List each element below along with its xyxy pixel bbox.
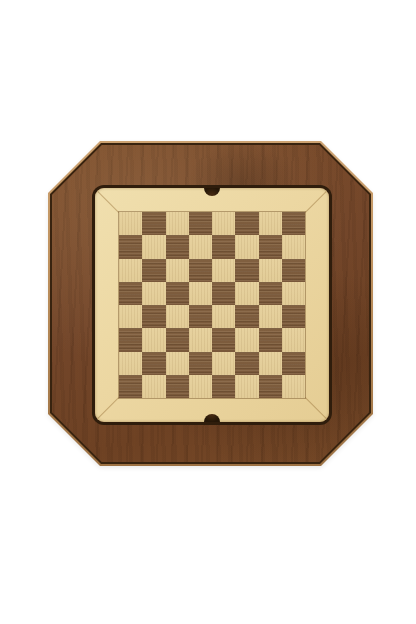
square-d2: [189, 352, 212, 375]
square-d8: [189, 212, 212, 235]
square-d3: [189, 328, 212, 351]
square-g7: [259, 235, 282, 258]
square-b2: [142, 352, 165, 375]
square-e7: [212, 235, 235, 258]
square-h5: [282, 282, 305, 305]
square-e5: [212, 282, 235, 305]
square-c3: [166, 328, 189, 351]
board-panel: [95, 188, 329, 422]
square-d1: [189, 375, 212, 398]
square-c2: [166, 352, 189, 375]
square-c6: [166, 259, 189, 282]
square-d4: [189, 305, 212, 328]
square-g8: [259, 212, 282, 235]
square-g3: [259, 328, 282, 351]
square-f3: [235, 328, 258, 351]
square-h7: [282, 235, 305, 258]
square-h4: [282, 305, 305, 328]
square-f5: [235, 282, 258, 305]
bevel-miter-line-top-left: [97, 191, 119, 213]
square-e8: [212, 212, 235, 235]
square-f8: [235, 212, 258, 235]
square-d7: [189, 235, 212, 258]
square-h6: [282, 259, 305, 282]
square-e3: [212, 328, 235, 351]
square-h1: [282, 375, 305, 398]
square-a1: [119, 375, 142, 398]
square-g4: [259, 305, 282, 328]
square-e4: [212, 305, 235, 328]
finger-notch-top: [204, 188, 220, 196]
square-d6: [189, 259, 212, 282]
square-g6: [259, 259, 282, 282]
square-e1: [212, 375, 235, 398]
square-e6: [212, 259, 235, 282]
square-d5: [189, 282, 212, 305]
square-f7: [235, 235, 258, 258]
square-g1: [259, 375, 282, 398]
square-b4: [142, 305, 165, 328]
square-f6: [235, 259, 258, 282]
square-a7: [119, 235, 142, 258]
bevel-miter-line-bottom-right: [305, 397, 327, 419]
square-b1: [142, 375, 165, 398]
square-b7: [142, 235, 165, 258]
square-b3: [142, 328, 165, 351]
square-c7: [166, 235, 189, 258]
square-c8: [166, 212, 189, 235]
bevel-miter-line-top-right: [305, 191, 327, 213]
chess-board: [119, 212, 305, 398]
game-table: [48, 141, 373, 466]
square-h2: [282, 352, 305, 375]
finger-notch-bottom: [204, 414, 220, 422]
square-f1: [235, 375, 258, 398]
square-a8: [119, 212, 142, 235]
product-photo-background: [0, 0, 416, 624]
square-a5: [119, 282, 142, 305]
square-g5: [259, 282, 282, 305]
square-f2: [235, 352, 258, 375]
square-h3: [282, 328, 305, 351]
square-c4: [166, 305, 189, 328]
bevel-miter-line-bottom-left: [97, 397, 119, 419]
square-h8: [282, 212, 305, 235]
square-f4: [235, 305, 258, 328]
square-e2: [212, 352, 235, 375]
square-b8: [142, 212, 165, 235]
square-c5: [166, 282, 189, 305]
square-b5: [142, 282, 165, 305]
square-a2: [119, 352, 142, 375]
square-b6: [142, 259, 165, 282]
square-a4: [119, 305, 142, 328]
square-a6: [119, 259, 142, 282]
square-a3: [119, 328, 142, 351]
square-g2: [259, 352, 282, 375]
square-c1: [166, 375, 189, 398]
